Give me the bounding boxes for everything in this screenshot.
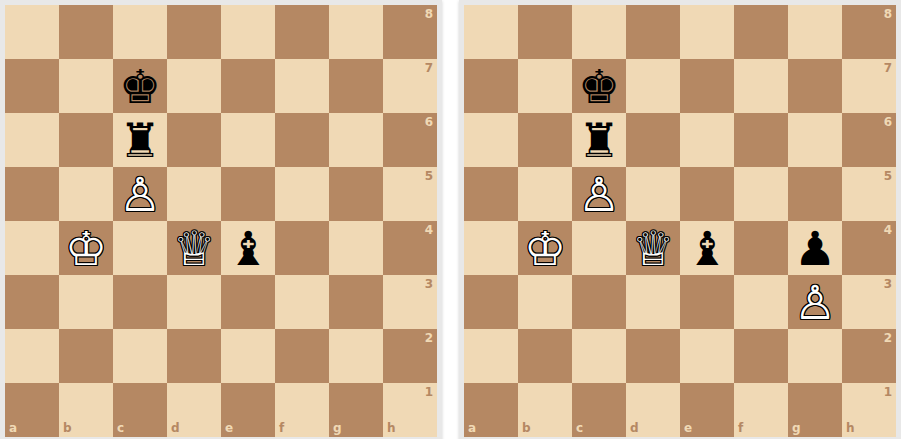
square-e8[interactable]: [680, 5, 734, 59]
file-label-d: d: [171, 422, 180, 434]
square-g7[interactable]: [788, 59, 842, 113]
square-f4[interactable]: [275, 221, 329, 275]
square-a2[interactable]: [5, 329, 59, 383]
white-king-piece: ♔: [59, 221, 113, 275]
square-c7[interactable]: ♚: [113, 59, 167, 113]
square-f7[interactable]: [275, 59, 329, 113]
square-e4[interactable]: ♝: [680, 221, 734, 275]
square-h4[interactable]: 4: [842, 221, 896, 275]
black-king-piece: ♚: [572, 59, 626, 113]
square-h8[interactable]: 8: [383, 5, 437, 59]
square-c1[interactable]: c: [113, 383, 167, 437]
square-c4[interactable]: [113, 221, 167, 275]
square-e7[interactable]: [680, 59, 734, 113]
square-e6[interactable]: [680, 113, 734, 167]
square-c5[interactable]: ♙: [113, 167, 167, 221]
square-e3[interactable]: [221, 275, 275, 329]
file-label-a: a: [468, 422, 476, 434]
square-d8[interactable]: [167, 5, 221, 59]
square-a2[interactable]: [464, 329, 518, 383]
square-b3[interactable]: [59, 275, 113, 329]
file-label-e: e: [225, 422, 233, 434]
square-h3[interactable]: 3: [842, 275, 896, 329]
black-bishop-piece: ♝: [221, 221, 275, 275]
square-b6[interactable]: [59, 113, 113, 167]
square-f8[interactable]: [734, 5, 788, 59]
chessboard-right: 8♚7♜6♙5♔♕♝♟4♙32abcdefgh1: [464, 5, 896, 437]
square-f1[interactable]: f: [275, 383, 329, 437]
square-d2[interactable]: [626, 329, 680, 383]
rank-label-3: 3: [884, 278, 892, 290]
square-a4[interactable]: [464, 221, 518, 275]
square-a8[interactable]: [464, 5, 518, 59]
square-c3[interactable]: [113, 275, 167, 329]
rank-label-4: 4: [884, 224, 892, 236]
square-f6[interactable]: [275, 113, 329, 167]
square-c1[interactable]: c: [572, 383, 626, 437]
square-b1[interactable]: b: [59, 383, 113, 437]
square-g4[interactable]: [329, 221, 383, 275]
square-d3[interactable]: [626, 275, 680, 329]
square-e6[interactable]: [221, 113, 275, 167]
square-e5[interactable]: [680, 167, 734, 221]
square-e2[interactable]: [680, 329, 734, 383]
square-a5[interactable]: [5, 167, 59, 221]
square-f5[interactable]: [734, 167, 788, 221]
rank-label-7: 7: [884, 62, 892, 74]
white-king-piece: ♔: [518, 221, 572, 275]
file-label-g: g: [792, 422, 801, 434]
square-a6[interactable]: [464, 113, 518, 167]
square-a8[interactable]: [5, 5, 59, 59]
square-c5[interactable]: ♙: [572, 167, 626, 221]
rank-label-6: 6: [425, 116, 433, 128]
chessboard-left-card: 8♚7♜6♙5♔♕♝432abcdefgh1: [0, 0, 442, 439]
square-d1[interactable]: d: [167, 383, 221, 437]
square-d7[interactable]: [626, 59, 680, 113]
rank-label-3: 3: [425, 278, 433, 290]
square-d2[interactable]: [167, 329, 221, 383]
square-f2[interactable]: [734, 329, 788, 383]
rank-label-6: 6: [884, 116, 892, 128]
square-b7[interactable]: [518, 59, 572, 113]
square-d5[interactable]: [626, 167, 680, 221]
square-f3[interactable]: [275, 275, 329, 329]
rank-label-8: 8: [884, 8, 892, 20]
square-f4[interactable]: [734, 221, 788, 275]
square-c4[interactable]: [572, 221, 626, 275]
square-d3[interactable]: [167, 275, 221, 329]
square-d1[interactable]: d: [626, 383, 680, 437]
file-label-d: d: [630, 422, 639, 434]
square-g8[interactable]: [329, 5, 383, 59]
square-e5[interactable]: [221, 167, 275, 221]
square-h7[interactable]: 7: [383, 59, 437, 113]
square-a1[interactable]: a: [5, 383, 59, 437]
rank-label-2: 2: [884, 332, 892, 344]
square-d6[interactable]: [167, 113, 221, 167]
file-label-h: h: [387, 422, 396, 434]
square-a6[interactable]: [5, 113, 59, 167]
square-c2[interactable]: [113, 329, 167, 383]
white-queen-piece: ♕: [167, 221, 221, 275]
square-g5[interactable]: [788, 167, 842, 221]
file-label-f: f: [279, 422, 284, 434]
square-h5[interactable]: 5: [383, 167, 437, 221]
file-label-b: b: [63, 422, 72, 434]
square-h5[interactable]: 5: [842, 167, 896, 221]
square-e7[interactable]: [221, 59, 275, 113]
black-rook-piece: ♜: [113, 113, 167, 167]
file-label-h: h: [846, 422, 855, 434]
white-queen-piece: ♕: [626, 221, 680, 275]
rank-label-4: 4: [425, 224, 433, 236]
square-g3[interactable]: ♙: [788, 275, 842, 329]
square-b8[interactable]: [59, 5, 113, 59]
square-b5[interactable]: [59, 167, 113, 221]
square-e3[interactable]: [680, 275, 734, 329]
chessboard-right-card: 8♚7♜6♙5♔♕♝♟4♙32abcdefgh1: [459, 0, 901, 439]
rank-label-8: 8: [425, 8, 433, 20]
square-f5[interactable]: [275, 167, 329, 221]
square-d6[interactable]: [626, 113, 680, 167]
black-bishop-piece: ♝: [680, 221, 734, 275]
rank-label-5: 5: [425, 170, 433, 182]
square-b4[interactable]: ♔: [59, 221, 113, 275]
square-d4[interactable]: ♕: [626, 221, 680, 275]
rank-label-2: 2: [425, 332, 433, 344]
square-h6[interactable]: 6: [842, 113, 896, 167]
square-b5[interactable]: [518, 167, 572, 221]
square-g7[interactable]: [329, 59, 383, 113]
file-label-f: f: [738, 422, 743, 434]
square-a7[interactable]: [464, 59, 518, 113]
white-pawn-piece: ♙: [572, 167, 626, 221]
square-c2[interactable]: [572, 329, 626, 383]
square-h3[interactable]: 3: [383, 275, 437, 329]
square-d4[interactable]: ♕: [167, 221, 221, 275]
square-a1[interactable]: a: [464, 383, 518, 437]
chessboard-left: 8♚7♜6♙5♔♕♝432abcdefgh1: [5, 5, 437, 437]
square-c8[interactable]: [113, 5, 167, 59]
square-f2[interactable]: [275, 329, 329, 383]
file-label-e: e: [684, 422, 692, 434]
square-e2[interactable]: [221, 329, 275, 383]
square-h1[interactable]: h1: [383, 383, 437, 437]
file-label-c: c: [576, 422, 583, 434]
square-g1[interactable]: g: [788, 383, 842, 437]
square-b7[interactable]: [59, 59, 113, 113]
square-g2[interactable]: [329, 329, 383, 383]
square-c8[interactable]: [572, 5, 626, 59]
square-d7[interactable]: [167, 59, 221, 113]
square-c7[interactable]: ♚: [572, 59, 626, 113]
black-pawn-piece: ♟: [788, 221, 842, 275]
black-king-piece: ♚: [113, 59, 167, 113]
square-f1[interactable]: f: [734, 383, 788, 437]
rank-label-1: 1: [884, 386, 892, 398]
file-label-c: c: [117, 422, 124, 434]
rank-label-5: 5: [884, 170, 892, 182]
square-a3[interactable]: [464, 275, 518, 329]
square-b6[interactable]: [518, 113, 572, 167]
square-g6[interactable]: [329, 113, 383, 167]
square-a3[interactable]: [5, 275, 59, 329]
square-b2[interactable]: [59, 329, 113, 383]
square-e1[interactable]: e: [680, 383, 734, 437]
square-g3[interactable]: [329, 275, 383, 329]
square-h4[interactable]: 4: [383, 221, 437, 275]
square-f7[interactable]: [734, 59, 788, 113]
square-e8[interactable]: [221, 5, 275, 59]
square-h1[interactable]: h1: [842, 383, 896, 437]
square-c3[interactable]: [572, 275, 626, 329]
rank-label-1: 1: [425, 386, 433, 398]
square-a4[interactable]: [5, 221, 59, 275]
square-g5[interactable]: [329, 167, 383, 221]
file-label-g: g: [333, 422, 342, 434]
square-b1[interactable]: b: [518, 383, 572, 437]
square-h2[interactable]: 2: [842, 329, 896, 383]
square-b3[interactable]: [518, 275, 572, 329]
square-b4[interactable]: ♔: [518, 221, 572, 275]
square-h7[interactable]: 7: [842, 59, 896, 113]
page: 8♚7♜6♙5♔♕♝432abcdefgh1 8♚7♜6♙5♔♕♝♟4♙32ab…: [0, 0, 901, 439]
square-c6[interactable]: ♜: [572, 113, 626, 167]
file-label-a: a: [9, 422, 17, 434]
square-f8[interactable]: [275, 5, 329, 59]
white-pawn-piece: ♙: [113, 167, 167, 221]
square-h6[interactable]: 6: [383, 113, 437, 167]
square-e1[interactable]: e: [221, 383, 275, 437]
square-d5[interactable]: [167, 167, 221, 221]
square-c6[interactable]: ♜: [113, 113, 167, 167]
square-g1[interactable]: g: [329, 383, 383, 437]
square-g2[interactable]: [788, 329, 842, 383]
file-label-b: b: [522, 422, 531, 434]
square-b8[interactable]: [518, 5, 572, 59]
square-h8[interactable]: 8: [842, 5, 896, 59]
square-e4[interactable]: ♝: [221, 221, 275, 275]
square-h2[interactable]: 2: [383, 329, 437, 383]
rank-label-7: 7: [425, 62, 433, 74]
white-pawn-piece: ♙: [788, 275, 842, 329]
square-b2[interactable]: [518, 329, 572, 383]
square-g4[interactable]: ♟: [788, 221, 842, 275]
square-f3[interactable]: [734, 275, 788, 329]
square-g8[interactable]: [788, 5, 842, 59]
square-a7[interactable]: [5, 59, 59, 113]
square-a5[interactable]: [464, 167, 518, 221]
square-g6[interactable]: [788, 113, 842, 167]
square-d8[interactable]: [626, 5, 680, 59]
square-f6[interactable]: [734, 113, 788, 167]
black-rook-piece: ♜: [572, 113, 626, 167]
